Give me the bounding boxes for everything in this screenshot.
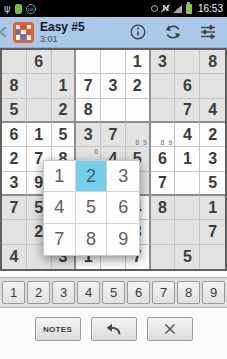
cell-r5c0[interactable]: 3 [2, 172, 27, 196]
cell-r5c7[interactable] [175, 172, 200, 196]
nfc-off-icon: N [162, 0, 169, 17]
cell-r6c8[interactable]: 1 [200, 196, 225, 220]
cell-r1c0[interactable]: 8 [2, 74, 27, 98]
battery-app-icon [15, 4, 22, 14]
cell-r3c5[interactable]: 89 [126, 123, 151, 147]
cell-r3c4[interactable]: 7 [101, 123, 126, 147]
clock-text: 16:53 [198, 3, 223, 14]
clear-button[interactable] [147, 317, 193, 341]
cell-r4c6[interactable]: 6 [151, 147, 176, 171]
cell-r8c7[interactable]: 5 [175, 245, 200, 269]
undo-icon [104, 321, 124, 337]
app-header: Easy #5 3:01 [0, 17, 227, 48]
cell-r2c3[interactable]: 8 [76, 99, 101, 123]
numpad-7[interactable]: 7 [152, 281, 175, 304]
cell-r5c6[interactable]: 7 [151, 172, 176, 196]
cell-r1c6[interactable] [151, 74, 176, 98]
screen: ψ 100 N 16:53 Easy #5 3:01 [0, 0, 227, 359]
numpad-2[interactable]: 2 [27, 281, 50, 304]
undo-button[interactable] [91, 317, 137, 341]
cell-r6c7[interactable] [175, 196, 200, 220]
numpad-4[interactable]: 4 [77, 281, 100, 304]
cell-r4c0[interactable]: 2 [2, 147, 27, 171]
info-icon [129, 23, 147, 41]
cell-r4c8[interactable]: 3 [200, 147, 225, 171]
elapsed-timer: 3:01 [40, 34, 85, 44]
cell-r0c3[interactable] [76, 50, 101, 74]
notes-button[interactable]: NOTES [35, 317, 81, 341]
cell-r0c8[interactable]: 8 [200, 50, 225, 74]
picker-digit-8[interactable]: 8 [76, 224, 108, 255]
cell-r3c8[interactable]: 2 [200, 123, 225, 147]
cell-r3c0[interactable]: 6 [2, 123, 27, 147]
cell-r5c8[interactable]: 5 [200, 172, 225, 196]
cell-r1c1[interactable] [27, 74, 52, 98]
usb-icon: ψ [4, 0, 11, 17]
battery-icon [186, 4, 192, 14]
settings-button[interactable] [198, 23, 217, 42]
cell-r1c8[interactable] [200, 74, 225, 98]
clear-x-icon [162, 321, 178, 337]
signal-icon [173, 5, 182, 13]
numpad: 123456789 [0, 277, 227, 308]
puzzle-title: Easy #5 [40, 21, 85, 34]
cell-r2c0[interactable]: 5 [2, 99, 27, 123]
tune-sliders-icon [199, 23, 217, 41]
status-bar: ψ 100 N 16:53 [0, 0, 227, 17]
cell-r8c0[interactable]: 4 [2, 245, 27, 269]
cell-r7c0[interactable] [2, 220, 27, 244]
numpad-3[interactable]: 3 [52, 281, 75, 304]
numpad-6[interactable]: 6 [127, 281, 150, 304]
cell-r3c2[interactable]: 5 [52, 123, 77, 147]
cell-r7c8[interactable]: 7 [200, 220, 225, 244]
cell-r2c7[interactable]: 7 [175, 99, 200, 123]
cell-r6c0[interactable]: 7 [2, 196, 27, 220]
cell-r1c5[interactable]: 2 [126, 74, 151, 98]
cell-r1c2[interactable]: 1 [52, 74, 77, 98]
cell-r3c6[interactable]: 89 [151, 123, 176, 147]
picker-digit-2[interactable]: 2 [76, 161, 108, 192]
cell-r0c1[interactable]: 6 [27, 50, 52, 74]
cell-r3c7[interactable]: 4 [175, 123, 200, 147]
cell-r6c6[interactable]: 8 [151, 196, 176, 220]
cell-r0c7[interactable] [175, 50, 200, 74]
number-picker-popup: 123456789 [43, 160, 140, 256]
alarm-icon [151, 5, 158, 12]
cell-r8c6[interactable] [151, 245, 176, 269]
picker-digit-1[interactable]: 1 [44, 161, 76, 192]
cell-r2c1[interactable] [27, 99, 52, 123]
picker-digit-3[interactable]: 3 [107, 161, 139, 192]
cell-r1c7[interactable]: 6 [175, 74, 200, 98]
pencil-notes-r3c5: 89 [126, 123, 149, 146]
cell-r3c1[interactable]: 1 [27, 123, 52, 147]
cell-r2c8[interactable]: 4 [200, 99, 225, 123]
cell-r7c6[interactable] [151, 220, 176, 244]
cell-r1c4[interactable]: 3 [101, 74, 126, 98]
cell-r2c4[interactable] [101, 99, 126, 123]
picker-digit-4[interactable]: 4 [44, 192, 76, 223]
numpad-5[interactable]: 5 [102, 281, 125, 304]
picker-digit-5[interactable]: 5 [76, 192, 108, 223]
cell-r7c7[interactable] [175, 220, 200, 244]
cell-r2c5[interactable] [126, 99, 151, 123]
cell-r4c7[interactable]: 1 [175, 147, 200, 171]
app-icon [13, 22, 34, 43]
picker-digit-9[interactable]: 9 [107, 224, 139, 255]
info-button[interactable] [128, 23, 147, 42]
refresh-icon [164, 23, 182, 41]
numpad-8[interactable]: 8 [177, 281, 200, 304]
cell-r3c3[interactable]: 3 [76, 123, 101, 147]
restart-button[interactable] [163, 23, 182, 42]
cell-r2c2[interactable]: 2 [52, 99, 77, 123]
numpad-1[interactable]: 1 [2, 281, 25, 304]
back-chevron-icon[interactable] [0, 26, 11, 37]
cell-r0c4[interactable] [101, 50, 126, 74]
cell-r0c0[interactable] [2, 50, 27, 74]
cell-r1c3[interactable]: 7 [76, 74, 101, 98]
cell-r0c6[interactable]: 3 [151, 50, 176, 74]
battery-percent-icon: 100 [26, 4, 36, 14]
picker-digit-7[interactable]: 7 [44, 224, 76, 255]
picker-digit-6[interactable]: 6 [107, 192, 139, 223]
cell-r0c2[interactable] [52, 50, 77, 74]
pencil-notes-r3c6: 89 [151, 123, 175, 146]
cell-r8c8[interactable] [200, 245, 225, 269]
cell-r2c6[interactable] [151, 99, 176, 123]
numpad-9[interactable]: 9 [202, 281, 225, 304]
notes-label: NOTES [43, 325, 72, 334]
toolbar: NOTES [0, 317, 227, 341]
cell-r0c5[interactable]: 1 [126, 50, 151, 74]
